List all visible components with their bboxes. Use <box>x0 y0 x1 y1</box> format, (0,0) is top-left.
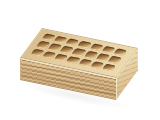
brick-hole <box>102 63 116 71</box>
brick-hole <box>113 48 127 56</box>
brick-hole <box>107 56 121 64</box>
photo-background <box>0 0 160 120</box>
